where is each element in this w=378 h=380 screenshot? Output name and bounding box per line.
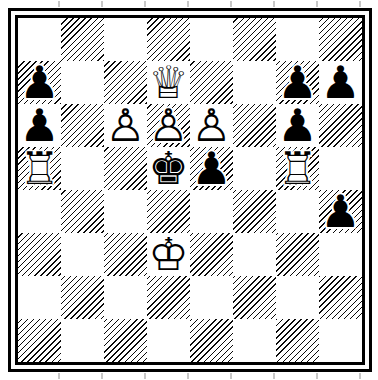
piece-black-king[interactable]: ♚♚ <box>147 147 190 190</box>
square-c5[interactable] <box>104 147 147 190</box>
piece-black-pawn[interactable]: ♟♟ <box>190 147 233 190</box>
white-king-icon: ♔ <box>147 233 190 276</box>
square-e5[interactable]: ♟♟ <box>190 147 233 190</box>
black-pawn-icon: ♟ <box>18 104 61 147</box>
piece-white-pawn[interactable]: ♟♙ <box>104 104 147 147</box>
square-a1[interactable] <box>18 319 61 362</box>
square-f1[interactable] <box>233 319 276 362</box>
square-d2[interactable] <box>147 276 190 319</box>
black-pawn-icon: ♟ <box>319 61 362 104</box>
square-c3[interactable] <box>104 233 147 276</box>
black-pawn-icon: ♟ <box>18 61 61 104</box>
square-f2[interactable] <box>233 276 276 319</box>
square-e2[interactable] <box>190 276 233 319</box>
square-c1[interactable] <box>104 319 147 362</box>
square-d3[interactable]: ♚♔ <box>147 233 190 276</box>
white-pawn-icon: ♙ <box>190 104 233 147</box>
board-inner-frame: ♟♟♛♕♟♟♟♟♟♟♟♙♟♙♟♙♟♟♜♖♚♚♟♟♜♖♟♟♚♔ <box>15 15 365 365</box>
square-c6[interactable]: ♟♙ <box>104 104 147 147</box>
piece-black-pawn[interactable]: ♟♟ <box>319 190 362 233</box>
black-king-icon: ♚ <box>147 147 190 190</box>
board-frame: ♟♟♛♕♟♟♟♟♟♟♟♙♟♙♟♙♟♟♜♖♚♚♟♟♜♖♟♟♚♔ <box>8 8 372 372</box>
square-b7[interactable] <box>61 61 104 104</box>
square-g6[interactable]: ♟♟ <box>276 104 319 147</box>
square-a5[interactable]: ♜♖ <box>18 147 61 190</box>
square-c2[interactable] <box>104 276 147 319</box>
square-e6[interactable]: ♟♙ <box>190 104 233 147</box>
white-pawn-icon: ♙ <box>104 104 147 147</box>
square-f5[interactable] <box>233 147 276 190</box>
piece-white-rook[interactable]: ♜♖ <box>276 147 319 190</box>
square-e1[interactable] <box>190 319 233 362</box>
square-a7[interactable]: ♟♟ <box>18 61 61 104</box>
piece-white-pawn[interactable]: ♟♙ <box>147 104 190 147</box>
square-g1[interactable] <box>276 319 319 362</box>
square-e3[interactable] <box>190 233 233 276</box>
square-a8[interactable] <box>18 18 61 61</box>
square-b8[interactable] <box>61 18 104 61</box>
white-rook-icon: ♖ <box>276 147 319 190</box>
square-d8[interactable] <box>147 18 190 61</box>
square-d6[interactable]: ♟♙ <box>147 104 190 147</box>
square-g2[interactable] <box>276 276 319 319</box>
square-h6[interactable] <box>319 104 362 147</box>
piece-white-king[interactable]: ♚♔ <box>147 233 190 276</box>
piece-black-pawn[interactable]: ♟♟ <box>319 61 362 104</box>
square-g8[interactable] <box>276 18 319 61</box>
square-h7[interactable]: ♟♟ <box>319 61 362 104</box>
piece-white-pawn[interactable]: ♟♙ <box>190 104 233 147</box>
square-g5[interactable]: ♜♖ <box>276 147 319 190</box>
square-f7[interactable] <box>233 61 276 104</box>
square-h1[interactable] <box>319 319 362 362</box>
black-pawn-icon: ♟ <box>190 147 233 190</box>
square-c4[interactable] <box>104 190 147 233</box>
white-rook-icon: ♖ <box>18 147 61 190</box>
square-e8[interactable] <box>190 18 233 61</box>
square-b2[interactable] <box>61 276 104 319</box>
square-d1[interactable] <box>147 319 190 362</box>
piece-black-pawn[interactable]: ♟♟ <box>18 104 61 147</box>
square-d7[interactable]: ♛♕ <box>147 61 190 104</box>
square-a2[interactable] <box>18 276 61 319</box>
square-a3[interactable] <box>18 233 61 276</box>
square-d4[interactable] <box>147 190 190 233</box>
square-f4[interactable] <box>233 190 276 233</box>
square-f8[interactable] <box>233 18 276 61</box>
square-a4[interactable] <box>18 190 61 233</box>
square-e4[interactable] <box>190 190 233 233</box>
edge-ticks-top <box>17 1 362 7</box>
white-pawn-icon: ♙ <box>147 104 190 147</box>
piece-white-rook[interactable]: ♜♖ <box>18 147 61 190</box>
piece-black-pawn[interactable]: ♟♟ <box>18 61 61 104</box>
square-h2[interactable] <box>319 276 362 319</box>
chess-board: ♟♟♛♕♟♟♟♟♟♟♟♙♟♙♟♙♟♟♜♖♚♚♟♟♜♖♟♟♚♔ <box>18 18 362 362</box>
square-g7[interactable]: ♟♟ <box>276 61 319 104</box>
square-f3[interactable] <box>233 233 276 276</box>
white-queen-icon: ♕ <box>147 61 190 104</box>
black-pawn-icon: ♟ <box>319 190 362 233</box>
black-pawn-icon: ♟ <box>276 104 319 147</box>
square-h5[interactable] <box>319 147 362 190</box>
square-c7[interactable] <box>104 61 147 104</box>
square-c8[interactable] <box>104 18 147 61</box>
square-g3[interactable] <box>276 233 319 276</box>
piece-black-pawn[interactable]: ♟♟ <box>276 61 319 104</box>
piece-white-queen[interactable]: ♛♕ <box>147 61 190 104</box>
black-pawn-icon: ♟ <box>276 61 319 104</box>
square-a6[interactable]: ♟♟ <box>18 104 61 147</box>
square-h3[interactable] <box>319 233 362 276</box>
chess-diagram: ♟♟♛♕♟♟♟♟♟♟♟♙♟♙♟♙♟♟♜♖♚♚♟♟♜♖♟♟♚♔ <box>0 0 378 380</box>
square-h4[interactable]: ♟♟ <box>319 190 362 233</box>
square-b1[interactable] <box>61 319 104 362</box>
square-g4[interactable] <box>276 190 319 233</box>
edge-ticks-bottom <box>17 373 362 379</box>
square-b3[interactable] <box>61 233 104 276</box>
square-h8[interactable] <box>319 18 362 61</box>
square-b6[interactable] <box>61 104 104 147</box>
square-f6[interactable] <box>233 104 276 147</box>
square-b5[interactable] <box>61 147 104 190</box>
square-b4[interactable] <box>61 190 104 233</box>
square-d5[interactable]: ♚♚ <box>147 147 190 190</box>
piece-black-pawn[interactable]: ♟♟ <box>276 104 319 147</box>
square-e7[interactable] <box>190 61 233 104</box>
